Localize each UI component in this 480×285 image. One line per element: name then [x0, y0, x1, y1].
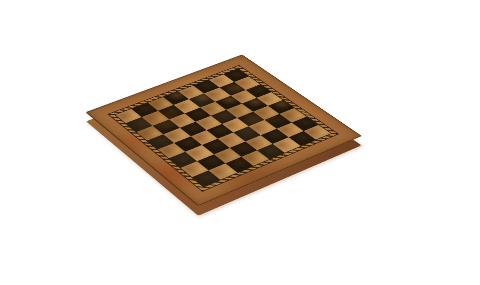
- chessboard: [86, 54, 363, 206]
- board-top: [86, 54, 363, 206]
- decorative-trim-border: [107, 65, 339, 192]
- chessboard-scene: [123, 25, 321, 223]
- product-photo: [0, 0, 480, 285]
